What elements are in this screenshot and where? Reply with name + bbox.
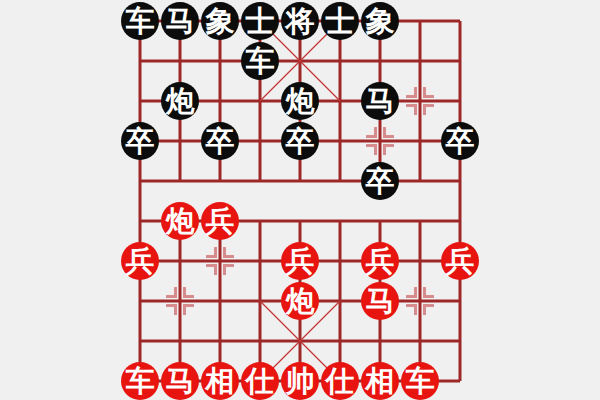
board-cell[interactable]	[440, 41, 480, 81]
piece-red-horse[interactable]: 马	[161, 362, 199, 400]
board-cell[interactable]: 车	[120, 361, 160, 400]
piece-black-soldier[interactable]: 卒	[441, 122, 479, 160]
board-cell[interactable]: 仕	[240, 361, 280, 400]
piece-red-cannon[interactable]: 炮	[281, 282, 319, 320]
marker-corner	[423, 304, 434, 315]
board-cell[interactable]	[400, 1, 440, 41]
board-cell[interactable]: 帅	[280, 361, 320, 400]
piece-black-advisor[interactable]: 士	[241, 2, 279, 40]
board-cell[interactable]	[440, 201, 480, 241]
board-cell[interactable]: 相	[200, 361, 240, 400]
board-cell[interactable]	[240, 121, 280, 161]
board-cell[interactable]	[400, 161, 440, 201]
board-cell[interactable]	[200, 81, 240, 121]
board-cell[interactable]: 兵	[360, 241, 400, 281]
marker-corner	[183, 304, 194, 315]
board-cell[interactable]: 兵	[200, 201, 240, 241]
piece-black-cannon[interactable]: 炮	[161, 82, 199, 120]
piece-red-advisor[interactable]: 仕	[321, 362, 359, 400]
piece-red-advisor[interactable]: 仕	[241, 362, 279, 400]
marker-corner	[383, 127, 394, 138]
piece-black-elephant[interactable]: 象	[201, 2, 239, 40]
marker-corner	[166, 304, 177, 315]
piece-black-soldier[interactable]: 卒	[201, 122, 239, 160]
board-cell[interactable]	[400, 281, 440, 321]
board-cell[interactable]: 车	[120, 1, 160, 41]
board-cell[interactable]	[320, 281, 360, 321]
marker-corner	[206, 264, 217, 275]
piece-black-horse[interactable]: 马	[161, 2, 199, 40]
piece-black-soldier[interactable]: 卒	[121, 122, 159, 160]
piece-red-elephant[interactable]: 相	[201, 362, 239, 400]
marker-corner	[423, 87, 434, 98]
board-cell[interactable]: 士	[240, 1, 280, 41]
board-cell[interactable]	[120, 321, 160, 361]
piece-red-elephant[interactable]: 相	[361, 362, 399, 400]
piece-black-soldier[interactable]: 卒	[281, 122, 319, 160]
board-cell[interactable]	[160, 321, 200, 361]
board-cell[interactable]: 兵	[120, 241, 160, 281]
board-cell[interactable]: 炮	[160, 201, 200, 241]
marker-corner	[366, 127, 377, 138]
board-cell[interactable]: 士	[320, 1, 360, 41]
board-cell[interactable]	[280, 321, 320, 361]
board-cell[interactable]	[400, 201, 440, 241]
marker-corner	[166, 287, 177, 298]
board-cell[interactable]	[240, 81, 280, 121]
board-cell[interactable]	[440, 1, 480, 41]
board-cell[interactable]	[320, 81, 360, 121]
marker-corner	[406, 304, 417, 315]
marker-corner	[366, 144, 377, 155]
board-cell[interactable]: 卒	[440, 121, 480, 161]
board-cell[interactable]	[320, 161, 360, 201]
board-cell[interactable]: 卒	[120, 121, 160, 161]
board-cell[interactable]: 卒	[360, 161, 400, 201]
marker-corner	[423, 104, 434, 115]
piece-red-soldier[interactable]: 兵	[121, 242, 159, 280]
board-cell[interactable]: 象	[200, 1, 240, 41]
board-cell[interactable]: 车	[240, 41, 280, 81]
piece-red-soldier[interactable]: 兵	[281, 242, 319, 280]
board-cell[interactable]	[400, 41, 440, 81]
piece-red-soldier[interactable]: 兵	[361, 242, 399, 280]
board-cell[interactable]	[320, 241, 360, 281]
piece-red-chariot[interactable]: 车	[401, 362, 439, 400]
board-cell[interactable]	[320, 41, 360, 81]
board-cell[interactable]	[440, 81, 480, 121]
board-cell[interactable]	[200, 321, 240, 361]
board-cell[interactable]: 兵	[280, 241, 320, 281]
board-cell[interactable]	[160, 121, 200, 161]
board-cell[interactable]	[240, 161, 280, 201]
board-cell[interactable]	[400, 81, 440, 121]
board-cell[interactable]	[360, 121, 400, 161]
board-cell[interactable]: 相	[360, 361, 400, 400]
board-cell[interactable]	[320, 201, 360, 241]
board-cell[interactable]	[440, 361, 480, 400]
board-cell[interactable]	[160, 281, 200, 321]
board-cell[interactable]	[120, 81, 160, 121]
board-cell[interactable]: 卒	[280, 121, 320, 161]
marker-corner	[406, 87, 417, 98]
xiangqi-board-screen: 车马象士将士象车炮炮马卒卒卒卒卒炮兵兵兵兵兵炮马车马相仕帅仕相车	[0, 0, 600, 400]
board-cell[interactable]: 马	[360, 81, 400, 121]
piece-red-cannon[interactable]: 炮	[161, 202, 199, 240]
board-cell[interactable]: 仕	[320, 361, 360, 400]
marker-corner	[423, 287, 434, 298]
board-cell[interactable]	[400, 121, 440, 161]
board-cell[interactable]: 象	[360, 1, 400, 41]
board-cell[interactable]	[160, 241, 200, 281]
last-move-marker	[406, 87, 434, 115]
marker-corner	[223, 264, 234, 275]
marker-corner	[206, 247, 217, 258]
board-cell[interactable]: 炮	[160, 81, 200, 121]
board-cell[interactable]	[440, 281, 480, 321]
marker-corner	[406, 287, 417, 298]
board-cell[interactable]	[360, 201, 400, 241]
board-cell[interactable]	[200, 41, 240, 81]
piece-black-soldier[interactable]: 卒	[361, 162, 399, 200]
board-cell[interactable]	[400, 241, 440, 281]
piece-red-soldier[interactable]: 兵	[201, 202, 239, 240]
board-cell[interactable]	[120, 281, 160, 321]
marker-corner	[383, 144, 394, 155]
board-cell[interactable]	[240, 321, 280, 361]
board-cell[interactable]	[280, 201, 320, 241]
piece-red-chariot[interactable]: 车	[121, 362, 159, 400]
piece-black-advisor[interactable]: 士	[321, 2, 359, 40]
board-cell[interactable]	[200, 161, 240, 201]
board-cell[interactable]	[240, 201, 280, 241]
piece-red-horse[interactable]: 马	[361, 282, 399, 320]
board-cell[interactable]	[280, 161, 320, 201]
board-cell[interactable]	[240, 281, 280, 321]
last-move-marker	[366, 127, 394, 155]
board-cell[interactable]	[200, 281, 240, 321]
marker-corner	[223, 247, 234, 258]
board-cell[interactable]	[400, 321, 440, 361]
marker-corner	[406, 104, 417, 115]
board-cell[interactable]: 马	[160, 1, 200, 41]
board-cell[interactable]: 炮	[280, 281, 320, 321]
board-cell[interactable]: 将	[280, 1, 320, 41]
piece-black-horse[interactable]: 马	[361, 82, 399, 120]
piece-black-general[interactable]: 将	[281, 2, 319, 40]
piece-red-general[interactable]: 帅	[281, 362, 319, 400]
piece-red-soldier[interactable]: 兵	[441, 242, 479, 280]
last-move-marker	[206, 247, 234, 275]
last-move-marker	[406, 287, 434, 315]
board-cell[interactable]	[280, 41, 320, 81]
board-cell[interactable]	[200, 241, 240, 281]
board-cell[interactable]	[120, 201, 160, 241]
board-cell[interactable]: 马	[160, 361, 200, 400]
marker-corner	[183, 287, 194, 298]
board-cell[interactable]	[440, 161, 480, 201]
piece-black-chariot[interactable]: 车	[241, 42, 279, 80]
board-cell[interactable]	[320, 121, 360, 161]
last-move-marker	[166, 287, 194, 315]
board-cell[interactable]	[360, 321, 400, 361]
board-cell[interactable]	[160, 161, 200, 201]
board-cell[interactable]: 炮	[280, 81, 320, 121]
board-cell[interactable]	[160, 41, 200, 81]
board-cell[interactable]	[360, 41, 400, 81]
board-cell[interactable]	[120, 161, 160, 201]
xiangqi-board: 车马象士将士象车炮炮马卒卒卒卒卒炮兵兵兵兵兵炮马车马相仕帅仕相车	[120, 1, 480, 400]
piece-black-chariot[interactable]: 车	[121, 2, 159, 40]
board-cell[interactable]: 卒	[200, 121, 240, 161]
board-cell[interactable]	[120, 41, 160, 81]
board-cell[interactable]: 马	[360, 281, 400, 321]
piece-black-cannon[interactable]: 炮	[281, 82, 319, 120]
board-cell[interactable]: 兵	[440, 241, 480, 281]
piece-black-elephant[interactable]: 象	[361, 2, 399, 40]
board-cell[interactable]	[320, 321, 360, 361]
board-cell[interactable]: 车	[400, 361, 440, 400]
board-cell[interactable]	[440, 321, 480, 361]
board-cell[interactable]	[240, 241, 280, 281]
